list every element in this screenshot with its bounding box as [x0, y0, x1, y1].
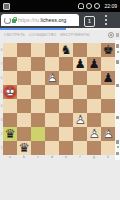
square-a5[interactable]: ♚♔: [3, 85, 17, 99]
square-b8[interactable]: [17, 43, 31, 57]
piece-bQ-b1: ♛: [17, 141, 31, 155]
square-e5[interactable]: [59, 85, 73, 99]
rank-label-6: 6: [0, 71, 3, 85]
square-d6[interactable]: ♟♙: [45, 71, 59, 85]
square-d4[interactable]: [45, 99, 59, 113]
square-f8[interactable]: [73, 43, 87, 57]
square-a7[interactable]: [3, 57, 17, 71]
clock-icon: [86, 3, 92, 9]
file-label-f: f: [73, 155, 87, 160]
square-e4[interactable]: [59, 99, 73, 113]
url-domain: lichess.org: [40, 17, 66, 23]
piece-wK-a5: ♔: [3, 85, 17, 99]
square-e2[interactable]: [59, 127, 73, 141]
square-b2[interactable]: [17, 127, 31, 141]
square-f7[interactable]: ♟: [73, 57, 87, 71]
right-panel-clipped: [115, 40, 120, 160]
square-a4[interactable]: [3, 99, 17, 113]
nav-item-tools[interactable]: ИНСТРУМЕНТЫ: [60, 33, 89, 37]
panel-fragment: [116, 152, 119, 155]
rank-label-7: 7: [0, 57, 3, 71]
square-f5[interactable]: [73, 85, 87, 99]
url-bar[interactable]: https://ru.lichess.org: [1, 14, 79, 26]
piece-wP-f3: ♙: [73, 113, 87, 127]
square-d1[interactable]: [45, 141, 59, 155]
square-g1[interactable]: [87, 141, 101, 155]
square-b4[interactable]: [17, 99, 31, 113]
url-text[interactable]: https://ru.lichess.org: [18, 17, 66, 23]
square-a1[interactable]: [3, 141, 17, 155]
square-b7[interactable]: [17, 57, 31, 71]
square-e8[interactable]: ♞: [59, 43, 73, 57]
square-b3[interactable]: [17, 113, 31, 127]
square-d7[interactable]: [45, 57, 59, 71]
square-h5[interactable]: [101, 85, 115, 99]
square-a2[interactable]: ♛: [3, 127, 17, 141]
piece-wP-h2: ♙: [101, 127, 115, 141]
square-c2[interactable]: [31, 127, 45, 141]
rank-label-3: 3: [0, 113, 3, 127]
file-label-a: a: [3, 155, 17, 160]
file-label-h: h: [101, 155, 115, 160]
chess-board[interactable]: ♞♚♟♟♟♙♟♚♔♟♙♛♟♙♟♙♛: [3, 43, 115, 155]
android-status-bar: 22:09: [0, 0, 120, 12]
square-h3[interactable]: [101, 113, 115, 127]
square-a8[interactable]: [3, 43, 17, 57]
file-label-c: c: [31, 155, 45, 160]
square-a6[interactable]: [3, 71, 17, 85]
square-g5[interactable]: [87, 85, 101, 99]
panel-fragment: [116, 84, 119, 87]
piece-bP-h6: ♟: [101, 71, 115, 85]
square-h6[interactable]: ♟: [101, 71, 115, 85]
online-dot: [117, 51, 119, 53]
panel-fragment: [116, 116, 119, 119]
square-c3[interactable]: [31, 113, 45, 127]
gear-icon[interactable]: [108, 32, 114, 38]
tab-counter-button[interactable]: 1: [84, 16, 95, 27]
square-f2[interactable]: [73, 127, 87, 141]
square-g7[interactable]: ♟: [87, 57, 101, 71]
square-d5[interactable]: [45, 85, 59, 99]
square-e7[interactable]: [59, 57, 73, 71]
file-label-g: g: [87, 155, 101, 160]
site-nav: СМОТРЕТЬ СООБЩЕСТВО ИНСТРУМЕНТЫ: [0, 30, 120, 40]
panel-fragment: [116, 60, 119, 64]
browser-toolbar: https://ru.lichess.org 1: [0, 12, 120, 28]
opponent-info-fragment: [116, 44, 119, 48]
square-c1[interactable]: [31, 141, 45, 155]
square-g4[interactable]: [87, 99, 101, 113]
file-label-b: b: [17, 155, 31, 160]
square-f6[interactable]: [73, 71, 87, 85]
reload-icon[interactable]: [4, 17, 11, 24]
file-label-e: e: [59, 155, 73, 160]
piece-bN-e8: ♞: [59, 43, 73, 57]
file-coordinates: abcdefgh: [3, 155, 115, 160]
square-c4[interactable]: [31, 99, 45, 113]
online-dot: [117, 146, 119, 148]
square-c5[interactable]: [31, 85, 45, 99]
square-g3[interactable]: [87, 113, 101, 127]
square-e1[interactable]: [59, 141, 73, 155]
square-e3[interactable]: [59, 113, 73, 127]
piece-bP-g7: ♟: [87, 57, 101, 71]
square-g2[interactable]: ♟♙: [87, 127, 101, 141]
rank-label-1: 1: [0, 141, 3, 155]
rank-label-4: 4: [0, 99, 3, 113]
piece-wP-g2: ♙: [87, 127, 101, 141]
screenshot-notification-icon: [3, 3, 10, 10]
alarm-icon: [94, 3, 100, 9]
square-h4[interactable]: [101, 99, 115, 113]
square-d3[interactable]: [45, 113, 59, 127]
status-time: 22:09: [104, 0, 117, 12]
square-b1[interactable]: ♛: [17, 141, 31, 155]
rank-label-8: 8: [0, 43, 3, 57]
square-e6[interactable]: [59, 71, 73, 85]
square-g8[interactable]: [87, 43, 101, 57]
rank-label-2: 2: [0, 127, 3, 141]
square-b6[interactable]: [17, 71, 31, 85]
square-f3[interactable]: ♟♙: [73, 113, 87, 127]
square-c6[interactable]: [31, 71, 45, 85]
overflow-menu-icon[interactable]: [105, 15, 107, 25]
square-f1[interactable]: [73, 141, 87, 155]
piece-bP-f7: ♟: [73, 57, 87, 71]
piece-wP-d6: ♙: [45, 71, 59, 85]
square-c8[interactable]: [31, 43, 45, 57]
nav-item-community[interactable]: СООБЩЕСТВО: [29, 33, 56, 37]
square-h7[interactable]: [101, 57, 115, 71]
square-h1[interactable]: [101, 141, 115, 155]
square-d2[interactable]: [45, 127, 59, 141]
url-scheme: https://ru.: [18, 17, 40, 23]
clipped-nav-icon: [116, 33, 119, 37]
square-d8[interactable]: [45, 43, 59, 57]
piece-bK-h8: ♚: [101, 43, 115, 57]
square-a3[interactable]: [3, 113, 17, 127]
nav-item-watch[interactable]: СМОТРЕТЬ: [4, 33, 25, 37]
square-h2[interactable]: ♟♙: [101, 127, 115, 141]
player-info-fragment: [116, 140, 119, 144]
square-f4[interactable]: [73, 99, 87, 113]
square-g6[interactable]: [87, 71, 101, 85]
square-h8[interactable]: ♚: [101, 43, 115, 57]
rank-label-5: 5: [0, 85, 3, 99]
rank-coordinates: 87654321: [0, 43, 3, 155]
mute-icon: [78, 3, 84, 9]
file-label-d: d: [45, 155, 59, 160]
square-c7[interactable]: [31, 57, 45, 71]
padlock-icon[interactable]: [12, 17, 17, 24]
piece-bQ-a2: ♛: [3, 127, 17, 141]
square-b5[interactable]: [17, 85, 31, 99]
